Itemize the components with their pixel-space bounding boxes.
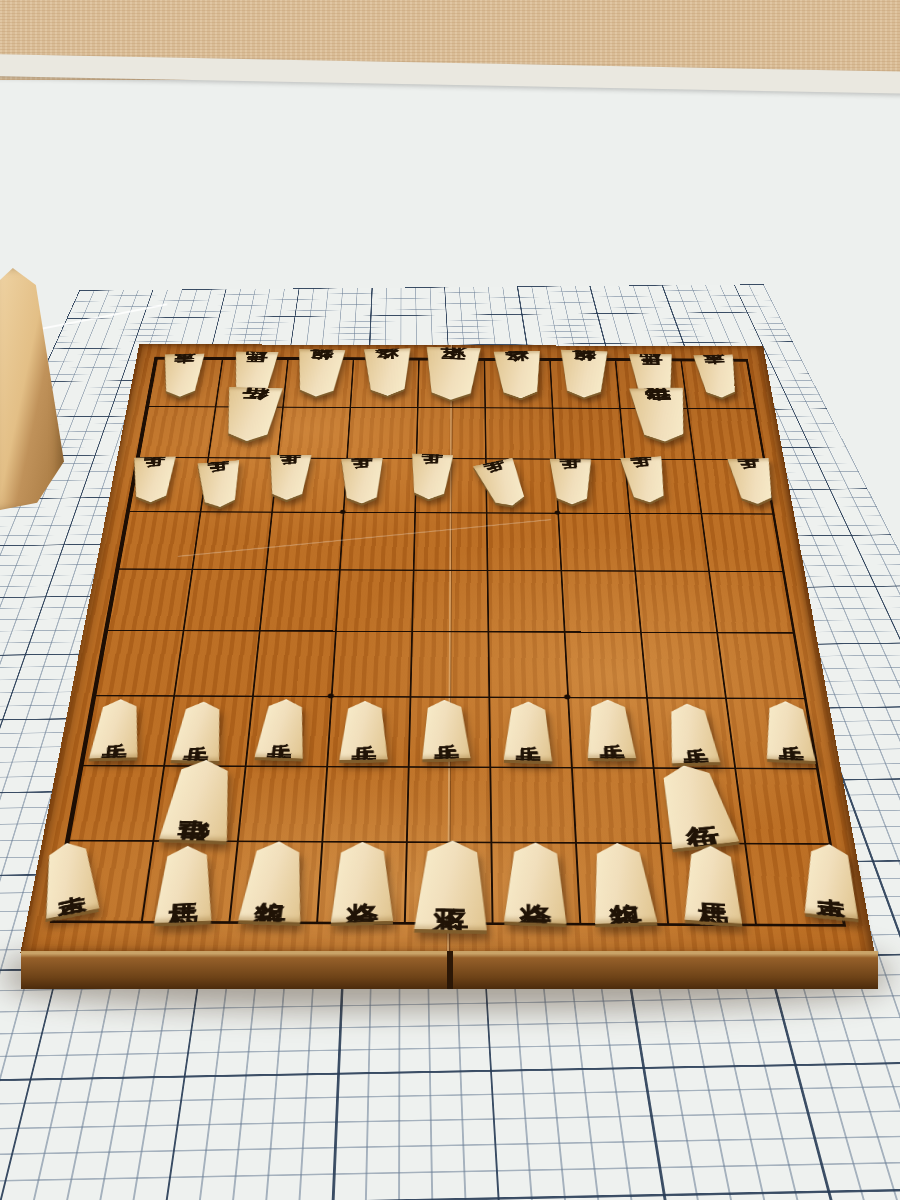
piece-face: 歩兵 (128, 456, 176, 503)
piece-kanji: 歩兵 (776, 729, 801, 730)
piece-kanji: 銀将 (258, 881, 290, 882)
shogi-piece-gote-pawn[interactable]: 歩兵 (265, 455, 313, 500)
piece-kanji: 銀将 (307, 373, 331, 374)
piece-face: 歩兵 (761, 700, 817, 761)
shogi-piece-sente-pawn[interactable]: 歩兵 (87, 699, 147, 758)
piece-face: 歩兵 (407, 453, 454, 500)
piece-face: 金将 (329, 842, 394, 924)
board-front-edge (21, 951, 878, 989)
shogi-piece-gote-pawn[interactable]: 歩兵 (194, 462, 244, 508)
piece-kanji: 歩兵 (492, 481, 513, 485)
shogi-piece-sente-king[interactable]: 玉将 (413, 840, 489, 929)
piece-face: 桂馬 (153, 845, 217, 923)
piece-face: 香車 (159, 353, 206, 397)
shogi-piece-gote-lance[interactable]: 香車 (694, 355, 742, 398)
piece-face: 飛車 (158, 759, 241, 841)
piece-kanji: 飛車 (647, 414, 674, 415)
piece-kanji: 歩兵 (420, 476, 442, 477)
piece-kanji: 歩兵 (635, 479, 657, 480)
shogi-piece-sente-pawn[interactable]: 歩兵 (663, 704, 719, 763)
piece-face: 歩兵 (472, 457, 533, 509)
piece-kanji: 歩兵 (105, 728, 130, 729)
shogi-piece-sente-pawn[interactable]: 歩兵 (255, 699, 310, 758)
piece-face: 銀将 (237, 841, 311, 923)
board-front-right-half (453, 951, 879, 989)
shogi-piece-gote-pawn[interactable]: 歩兵 (622, 457, 670, 502)
piece-face: 歩兵 (339, 458, 383, 504)
piece-face: 銀将 (291, 349, 346, 397)
piece-face: 香車 (802, 842, 859, 920)
piece-face: 銀将 (586, 843, 659, 925)
shogi-piece-sente-pawn[interactable]: 歩兵 (170, 702, 227, 761)
shogi-piece-gote-pawn[interactable]: 歩兵 (727, 459, 778, 504)
shogi-piece-sente-pawn[interactable]: 歩兵 (337, 701, 389, 760)
photo-scene: 香車桂馬銀将金将王将金将銀将桂馬香車角行飛車歩兵歩兵歩兵歩兵歩兵歩兵歩兵歩兵歩兵… (0, 0, 900, 1200)
pieces-layer: 香車桂馬銀将金将王将金将銀将桂馬香車角行飛車歩兵歩兵歩兵歩兵歩兵歩兵歩兵歩兵歩兵… (53, 358, 842, 924)
piece-kanji: 金将 (520, 882, 552, 883)
piece-face: 香車 (693, 354, 743, 398)
shogi-piece-sente-silver[interactable]: 銀将 (238, 842, 309, 922)
shogi-piece-sente-gold[interactable]: 金将 (328, 842, 395, 922)
shogi-piece-sente-lance[interactable]: 香車 (36, 842, 103, 915)
shogi-piece-gote-bishop[interactable]: 角行 (219, 387, 282, 441)
piece-face: 歩兵 (170, 702, 228, 762)
piece-face: 飛車 (628, 387, 694, 442)
piece-face: 歩兵 (549, 459, 594, 505)
piece-face: 歩兵 (662, 703, 721, 763)
piece-kanji: 角行 (678, 803, 710, 807)
shogi-piece-gote-lance[interactable]: 香車 (158, 354, 207, 397)
piece-kanji: 金将 (346, 881, 378, 882)
shogi-piece-sente-pawn[interactable]: 歩兵 (503, 701, 555, 760)
piece-kanji: 桂馬 (696, 882, 726, 884)
piece-kanji: 銀将 (606, 882, 638, 883)
piece-face: 歩兵 (197, 460, 243, 509)
shogi-piece-sente-knight[interactable]: 桂馬 (150, 846, 218, 922)
shogi-piece-gote-pawn[interactable]: 歩兵 (480, 461, 525, 506)
shogi-piece-gote-pawn[interactable]: 歩兵 (548, 459, 594, 504)
piece-kanji: 香車 (55, 875, 84, 880)
piece-face: 香車 (40, 838, 101, 919)
piece-face: 歩兵 (88, 698, 145, 758)
piece-kanji: 歩兵 (433, 728, 458, 729)
piece-face: 桂馬 (681, 844, 743, 924)
shogi-piece-gote-king[interactable]: 王将 (423, 347, 481, 399)
shogi-board: 香車桂馬銀将金将王将金将銀将桂馬香車角行飛車歩兵歩兵歩兵歩兵歩兵歩兵歩兵歩兵歩兵… (20, 344, 875, 957)
piece-kanji: 歩兵 (208, 483, 230, 485)
piece-kanji: 銀将 (572, 373, 596, 374)
piece-face: 銀将 (559, 350, 609, 399)
piece-kanji: 角行 (238, 413, 265, 414)
shogi-piece-gote-pawn[interactable]: 歩兵 (338, 458, 384, 503)
shogi-piece-gote-silver[interactable]: 銀将 (559, 350, 611, 397)
shogi-piece-sente-pawn[interactable]: 歩兵 (759, 701, 818, 760)
shogi-piece-gote-pawn[interactable]: 歩兵 (127, 457, 178, 502)
piece-face: 金将 (363, 349, 413, 397)
shogi-piece-sente-pawn[interactable]: 歩兵 (420, 700, 470, 759)
shogi-piece-sente-silver[interactable]: 銀将 (588, 843, 658, 923)
shogi-piece-gote-rook[interactable]: 飛車 (629, 388, 692, 442)
piece-face: 歩兵 (253, 698, 310, 758)
piece-face: 角行 (218, 387, 284, 442)
piece-kanji: 歩兵 (270, 727, 295, 728)
board-front-left-half (21, 951, 447, 989)
shogi-piece-sente-knight[interactable]: 桂馬 (679, 846, 746, 922)
piece-face: 歩兵 (620, 456, 672, 503)
piece-face: 歩兵 (583, 700, 637, 759)
piece-kanji: 王将 (439, 373, 466, 374)
shogi-piece-sente-pawn[interactable]: 歩兵 (583, 700, 637, 759)
piece-kanji: 歩兵 (516, 730, 541, 731)
shogi-piece-gote-gold[interactable]: 金将 (362, 349, 413, 396)
piece-face: 歩兵 (420, 699, 472, 759)
piece-kanji: 飛車 (183, 799, 216, 800)
piece-face: 歩兵 (726, 458, 779, 504)
shogi-piece-sente-rook[interactable]: 飛車 (159, 760, 239, 840)
piece-kanji: 歩兵 (679, 733, 704, 734)
piece-kanji: 歩兵 (141, 479, 163, 480)
piece-kanji: 玉将 (434, 884, 469, 885)
piece-face: 角行 (650, 762, 740, 850)
piece-kanji: 香車 (815, 878, 844, 881)
piece-face: 金将 (503, 842, 568, 924)
piece-face: 歩兵 (338, 701, 389, 760)
piece-face: 金将 (493, 351, 546, 399)
piece-face: 歩兵 (265, 455, 313, 500)
shogi-piece-gote-gold[interactable]: 金将 (494, 351, 545, 398)
piece-face: 歩兵 (503, 701, 553, 761)
piece-face: 玉将 (412, 840, 488, 931)
piece-face: 王将 (422, 347, 482, 401)
shogi-piece-sente-bishop[interactable]: 角行 (656, 765, 735, 846)
shogi-piece-sente-lance[interactable]: 香車 (797, 844, 864, 917)
shogi-piece-gote-silver[interactable]: 銀将 (292, 350, 345, 397)
shogi-piece-gote-pawn[interactable]: 歩兵 (408, 454, 452, 499)
shogi-piece-sente-gold[interactable]: 金将 (503, 843, 570, 923)
piece-kanji: 桂馬 (170, 883, 200, 884)
